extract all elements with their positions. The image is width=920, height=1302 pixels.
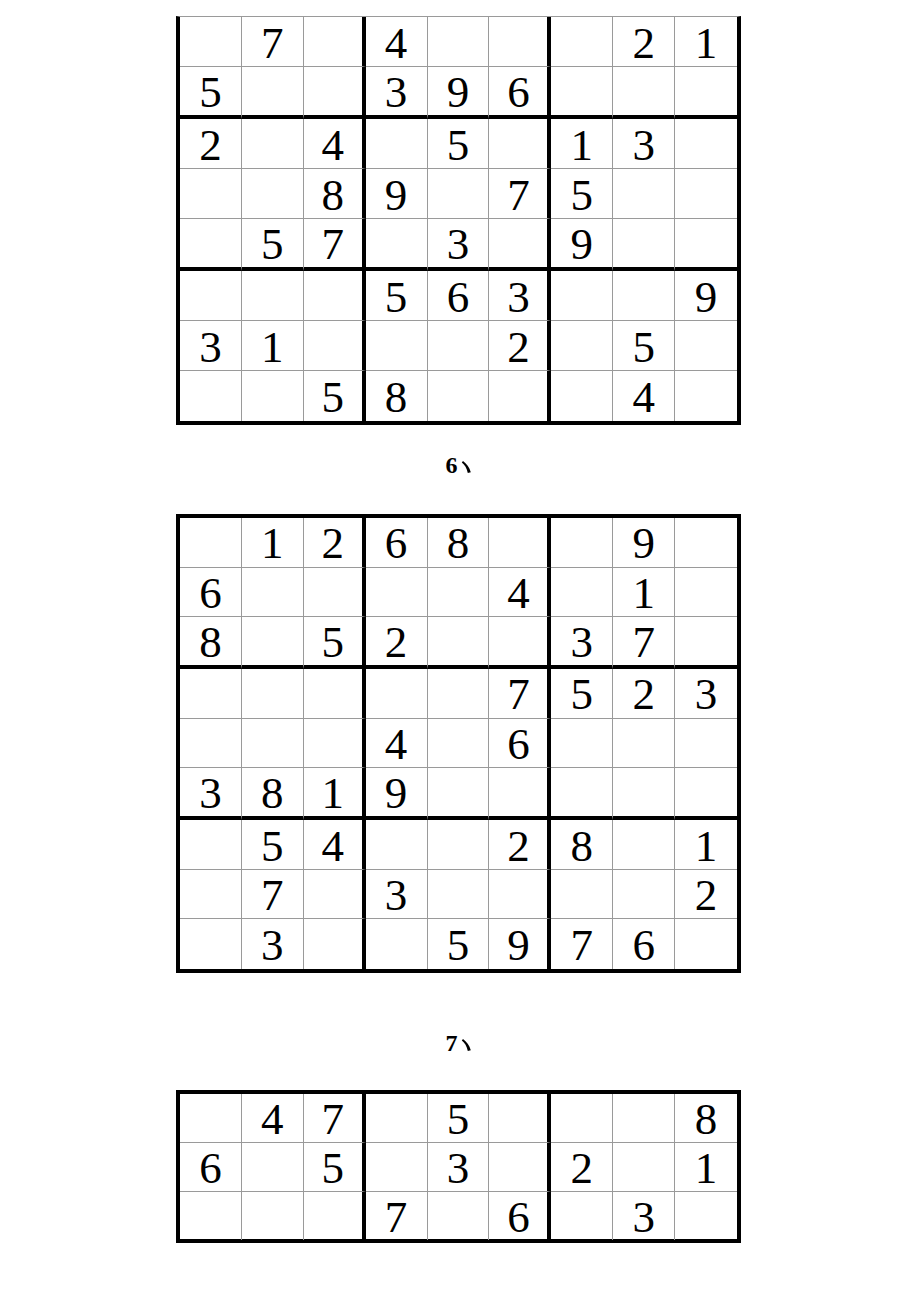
sudoku-cell: 7 <box>489 169 551 219</box>
sudoku-cell: 3 <box>489 271 551 321</box>
sudoku-cell <box>180 870 242 920</box>
sudoku-cell: 1 <box>242 518 304 568</box>
sudoku-cell: 9 <box>613 518 675 568</box>
sudoku-cell: 5 <box>428 1094 490 1143</box>
sudoku-cell <box>180 669 242 719</box>
sudoku-cell: 3 <box>428 1143 490 1192</box>
sudoku-cell <box>366 1143 428 1192</box>
sudoku-cell <box>613 768 675 820</box>
sudoku-cell: 9 <box>366 768 428 820</box>
sudoku-cell: 1 <box>551 119 613 169</box>
sudoku-cell <box>428 1192 490 1240</box>
sudoku-cell: 5 <box>180 67 242 119</box>
sudoku-cell <box>613 719 675 769</box>
sudoku-cell: 3 <box>366 870 428 920</box>
sudoku-cell: 8 <box>304 169 366 219</box>
sudoku-cell <box>675 617 737 669</box>
sudoku-cell <box>428 719 490 769</box>
puzzle-6-number: 6 <box>446 452 458 478</box>
sudoku-cell: 5 <box>551 669 613 719</box>
sudoku-cell <box>180 271 242 321</box>
sudoku-cell: 3 <box>366 67 428 119</box>
sudoku-cell <box>242 119 304 169</box>
sudoku-cell: 5 <box>551 169 613 219</box>
sudoku-cell <box>180 719 242 769</box>
sudoku-cell: 2 <box>180 119 242 169</box>
sudoku-cell: 9 <box>428 67 490 119</box>
sudoku-cell: 4 <box>366 719 428 769</box>
sudoku-cell: 2 <box>613 669 675 719</box>
sudoku-cell: 5 <box>613 321 675 371</box>
sudoku-cell <box>613 870 675 920</box>
sudoku-cell <box>489 1094 551 1143</box>
sudoku-cell <box>489 371 551 421</box>
sudoku-cell <box>489 219 551 271</box>
sudoku-cell <box>675 1192 737 1240</box>
sudoku-cell: 3 <box>180 768 242 820</box>
sudoku-cell: 3 <box>613 119 675 169</box>
sudoku-cell: 8 <box>180 617 242 669</box>
sudoku-cell: 2 <box>366 617 428 669</box>
worksheet-page: 74215396245138975573956393125584 6 12689… <box>0 0 920 1302</box>
sudoku-cell: 4 <box>613 371 675 421</box>
sudoku-cell: 6 <box>489 719 551 769</box>
sudoku-cell <box>180 919 242 969</box>
sudoku-cell: 6 <box>366 518 428 568</box>
sudoku-cell: 5 <box>366 271 428 321</box>
sudoku-cell <box>428 17 490 67</box>
puzzle-7-number: 7 <box>446 1030 458 1056</box>
sudoku-cell <box>242 67 304 119</box>
sudoku-cell <box>675 169 737 219</box>
sudoku-cell <box>551 870 613 920</box>
sudoku-cell: 7 <box>551 919 613 969</box>
sudoku-cell <box>366 568 428 618</box>
sudoku-cell: 3 <box>428 219 490 271</box>
sudoku-cell: 8 <box>366 371 428 421</box>
sudoku-cell <box>366 669 428 719</box>
sudoku-cell <box>428 768 490 820</box>
sudoku-cell: 5 <box>242 820 304 870</box>
ideographic-comma-icon <box>461 1030 472 1056</box>
sudoku-cell: 4 <box>304 820 366 870</box>
sudoku-cell <box>428 820 490 870</box>
sudoku-cell <box>613 67 675 119</box>
sudoku-cell <box>304 271 366 321</box>
sudoku-cell <box>489 518 551 568</box>
sudoku-cell <box>675 119 737 169</box>
sudoku-cell <box>551 371 613 421</box>
sudoku-cell <box>551 321 613 371</box>
sudoku-cell: 5 <box>428 119 490 169</box>
sudoku-cell: 2 <box>489 321 551 371</box>
sudoku-cell <box>304 17 366 67</box>
sudoku-cell: 2 <box>675 870 737 920</box>
sudoku-cell: 4 <box>489 568 551 618</box>
sudoku-cell <box>366 919 428 969</box>
sudoku-cell <box>242 371 304 421</box>
sudoku-cell: 5 <box>428 919 490 969</box>
sudoku-cell: 3 <box>551 617 613 669</box>
sudoku-cell <box>428 169 490 219</box>
sudoku-cell <box>551 719 613 769</box>
sudoku-cell: 3 <box>180 321 242 371</box>
sudoku-cell <box>489 870 551 920</box>
sudoku-cell: 8 <box>551 820 613 870</box>
sudoku-cell <box>428 617 490 669</box>
sudoku-cell: 1 <box>613 568 675 618</box>
sudoku-cell <box>551 1094 613 1143</box>
sudoku-cell <box>242 169 304 219</box>
sudoku-cell: 2 <box>551 1143 613 1192</box>
sudoku-cell <box>428 321 490 371</box>
sudoku-cell: 3 <box>242 919 304 969</box>
sudoku-cell <box>551 17 613 67</box>
puzzle-6-label: 6 <box>176 452 741 478</box>
sudoku-cell: 9 <box>675 271 737 321</box>
sudoku-cell <box>304 568 366 618</box>
sudoku-cell <box>366 820 428 870</box>
sudoku-cell <box>242 617 304 669</box>
sudoku-cell <box>613 169 675 219</box>
sudoku-cell: 5 <box>242 219 304 271</box>
sudoku-cell <box>366 219 428 271</box>
sudoku-cell <box>613 1094 675 1143</box>
sudoku-cell: 6 <box>489 67 551 119</box>
sudoku-cell <box>242 669 304 719</box>
sudoku-cell: 4 <box>242 1094 304 1143</box>
sudoku-cell <box>551 1192 613 1240</box>
sudoku-cell <box>489 17 551 67</box>
sudoku-grid-puzzle-7-partial: 475865321763 <box>176 1090 741 1243</box>
sudoku-cell: 6 <box>613 919 675 969</box>
sudoku-cell: 1 <box>242 321 304 371</box>
sudoku-cell <box>613 1143 675 1192</box>
sudoku-cell <box>675 568 737 618</box>
sudoku-cell: 5 <box>304 617 366 669</box>
sudoku-cell <box>613 219 675 271</box>
sudoku-cell: 5 <box>304 371 366 421</box>
sudoku-cell <box>675 518 737 568</box>
sudoku-grid-puzzle-6: 126896418523775234638195428173235976 <box>176 514 741 973</box>
sudoku-cell <box>180 820 242 870</box>
sudoku-cell <box>675 219 737 271</box>
sudoku-cell: 7 <box>613 617 675 669</box>
sudoku-cell <box>675 321 737 371</box>
sudoku-cell <box>180 518 242 568</box>
sudoku-cell <box>675 768 737 820</box>
sudoku-cell: 9 <box>551 219 613 271</box>
sudoku-cell <box>180 1192 242 1240</box>
puzzle-7-label: 7 <box>176 1030 741 1056</box>
sudoku-cell <box>428 568 490 618</box>
sudoku-cell <box>551 518 613 568</box>
sudoku-cell <box>180 17 242 67</box>
sudoku-cell: 4 <box>304 119 366 169</box>
sudoku-cell <box>489 1143 551 1192</box>
sudoku-cell: 1 <box>675 17 737 67</box>
sudoku-cell: 7 <box>304 219 366 271</box>
sudoku-cell <box>366 321 428 371</box>
sudoku-cell <box>242 1192 304 1240</box>
sudoku-cell <box>242 1143 304 1192</box>
sudoku-cell <box>675 719 737 769</box>
sudoku-cell <box>304 669 366 719</box>
sudoku-cell <box>489 617 551 669</box>
sudoku-cell <box>242 568 304 618</box>
sudoku-cell <box>613 820 675 870</box>
sudoku-cell: 6 <box>180 1143 242 1192</box>
sudoku-cell <box>180 1094 242 1143</box>
sudoku-cell <box>304 919 366 969</box>
sudoku-cell: 4 <box>366 17 428 67</box>
sudoku-cell <box>366 119 428 169</box>
sudoku-cell <box>242 719 304 769</box>
sudoku-cell: 9 <box>489 919 551 969</box>
sudoku-cell <box>304 321 366 371</box>
sudoku-cell: 3 <box>613 1192 675 1240</box>
sudoku-cell <box>428 371 490 421</box>
sudoku-cell <box>180 219 242 271</box>
sudoku-cell: 7 <box>242 17 304 67</box>
ideographic-comma-icon <box>461 452 472 478</box>
sudoku-cell: 7 <box>366 1192 428 1240</box>
sudoku-cell: 8 <box>242 768 304 820</box>
sudoku-cell <box>551 271 613 321</box>
sudoku-cell: 8 <box>675 1094 737 1143</box>
sudoku-cell <box>675 919 737 969</box>
sudoku-cell: 8 <box>428 518 490 568</box>
sudoku-cell: 1 <box>304 768 366 820</box>
sudoku-cell: 6 <box>180 568 242 618</box>
sudoku-cell <box>489 119 551 169</box>
sudoku-cell: 1 <box>675 820 737 870</box>
sudoku-cell: 2 <box>304 518 366 568</box>
sudoku-cell: 7 <box>304 1094 366 1143</box>
sudoku-cell <box>304 67 366 119</box>
sudoku-cell <box>675 67 737 119</box>
sudoku-cell: 2 <box>613 17 675 67</box>
sudoku-cell <box>551 768 613 820</box>
sudoku-cell: 7 <box>242 870 304 920</box>
sudoku-cell <box>428 870 490 920</box>
sudoku-cell: 7 <box>489 669 551 719</box>
sudoku-cell <box>304 870 366 920</box>
sudoku-cell: 6 <box>428 271 490 321</box>
sudoku-cell: 5 <box>304 1143 366 1192</box>
sudoku-cell <box>675 371 737 421</box>
sudoku-cell <box>551 568 613 618</box>
sudoku-cell <box>304 1192 366 1240</box>
sudoku-cell <box>613 271 675 321</box>
sudoku-cell: 2 <box>489 820 551 870</box>
sudoku-cell <box>366 1094 428 1143</box>
sudoku-cell: 6 <box>489 1192 551 1240</box>
sudoku-cell <box>180 169 242 219</box>
sudoku-cell <box>428 669 490 719</box>
sudoku-cell <box>551 67 613 119</box>
sudoku-cell: 1 <box>675 1143 737 1192</box>
sudoku-cell: 3 <box>675 669 737 719</box>
sudoku-cell <box>489 768 551 820</box>
sudoku-cell <box>304 719 366 769</box>
sudoku-cell: 9 <box>366 169 428 219</box>
sudoku-cell <box>242 271 304 321</box>
sudoku-grid-top-partial: 74215396245138975573956393125584 <box>176 16 741 425</box>
sudoku-cell <box>180 371 242 421</box>
